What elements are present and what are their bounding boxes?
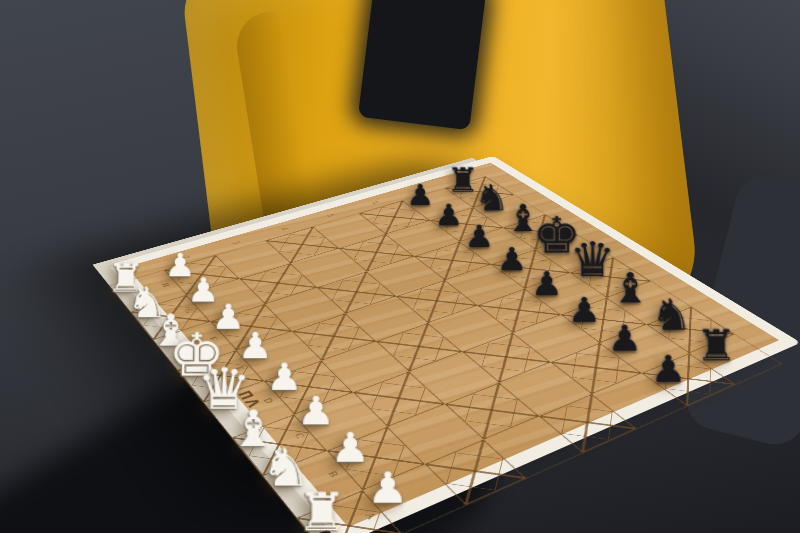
piece-white-rook[interactable]: ♜ <box>284 486 359 533</box>
sofa-gap-shadow <box>358 0 486 130</box>
photo-scene: 87654321 ♜♞♝♚♛♝♞♜♟♟♟♟♟♟♟♟♟♟♟♟♟♟♟♟♜♞♝♚♛♝♞… <box>0 0 800 533</box>
piece-black-pawn[interactable]: ♟ <box>637 350 701 387</box>
piece-white-pawn[interactable]: ♟ <box>351 466 424 509</box>
